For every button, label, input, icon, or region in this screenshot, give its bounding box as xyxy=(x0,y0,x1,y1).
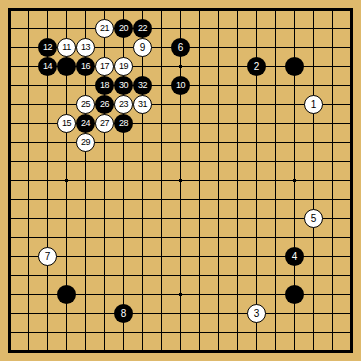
stone-grid: 1234567891011121314151617181920212223242… xyxy=(0,0,361,361)
stone-black: 6 xyxy=(171,38,190,57)
move-number: 18 xyxy=(100,81,109,90)
stone-black: 8 xyxy=(114,304,133,323)
star-point xyxy=(179,179,182,182)
stone-black: 26 xyxy=(95,95,114,114)
move-number: 30 xyxy=(119,81,128,90)
stone-black: 24 xyxy=(76,114,95,133)
stone-white: 13 xyxy=(76,38,95,57)
stone-black: 16 xyxy=(76,57,95,76)
stone-white: 17 xyxy=(95,57,114,76)
stone-black: 32 xyxy=(133,76,152,95)
move-number: 22 xyxy=(138,24,147,33)
stone-black: 10 xyxy=(171,76,190,95)
stone-white: 19 xyxy=(114,57,133,76)
move-number: 8 xyxy=(121,309,126,319)
stone-black: 2 xyxy=(247,57,266,76)
stone-white: 23 xyxy=(114,95,133,114)
handicap-stone-black xyxy=(285,57,304,76)
move-number: 26 xyxy=(100,100,109,109)
move-number: 5 xyxy=(311,214,316,224)
move-number: 21 xyxy=(100,24,109,33)
go-board: 1234567891011121314151617181920212223242… xyxy=(0,0,361,361)
move-number: 15 xyxy=(62,119,71,128)
stone-black: 12 xyxy=(38,38,57,57)
move-number: 29 xyxy=(81,138,90,147)
star-point xyxy=(179,293,182,296)
star-point xyxy=(293,179,296,182)
move-number: 14 xyxy=(43,62,52,71)
move-number: 6 xyxy=(178,43,183,53)
move-number: 9 xyxy=(140,43,145,53)
stone-white: 29 xyxy=(76,133,95,152)
move-number: 2 xyxy=(254,62,259,72)
move-number: 23 xyxy=(119,100,128,109)
move-number: 13 xyxy=(81,43,90,52)
star-point xyxy=(179,65,182,68)
stone-white: 7 xyxy=(38,247,57,266)
handicap-stone-black xyxy=(57,285,76,304)
stone-white: 3 xyxy=(247,304,266,323)
stone-black: 28 xyxy=(114,114,133,133)
stone-white: 31 xyxy=(133,95,152,114)
move-number: 27 xyxy=(100,119,109,128)
stone-white: 25 xyxy=(76,95,95,114)
move-number: 1 xyxy=(311,100,316,110)
stone-white: 15 xyxy=(57,114,76,133)
move-number: 4 xyxy=(292,252,297,262)
move-number: 28 xyxy=(119,119,128,128)
move-number: 25 xyxy=(81,100,90,109)
move-number: 10 xyxy=(176,81,185,90)
stone-white: 5 xyxy=(304,209,323,228)
stone-white: 21 xyxy=(95,19,114,38)
move-number: 12 xyxy=(43,43,52,52)
star-point xyxy=(65,179,68,182)
move-number: 31 xyxy=(138,100,147,109)
stone-black: 18 xyxy=(95,76,114,95)
move-number: 11 xyxy=(62,43,70,52)
move-number: 3 xyxy=(254,309,259,319)
move-number: 16 xyxy=(81,62,90,71)
move-number: 19 xyxy=(119,62,128,71)
stone-black: 4 xyxy=(285,247,304,266)
handicap-stone-black xyxy=(285,285,304,304)
move-number: 17 xyxy=(100,62,109,71)
handicap-stone-black xyxy=(57,57,76,76)
stone-white: 11 xyxy=(57,38,76,57)
move-number: 7 xyxy=(45,252,50,262)
stone-black: 30 xyxy=(114,76,133,95)
stone-black: 20 xyxy=(114,19,133,38)
stone-white: 27 xyxy=(95,114,114,133)
move-number: 24 xyxy=(81,119,90,128)
move-number: 32 xyxy=(138,81,147,90)
stone-white: 1 xyxy=(304,95,323,114)
stone-black: 22 xyxy=(133,19,152,38)
stone-black: 14 xyxy=(38,57,57,76)
stone-white: 9 xyxy=(133,38,152,57)
move-number: 20 xyxy=(119,24,128,33)
